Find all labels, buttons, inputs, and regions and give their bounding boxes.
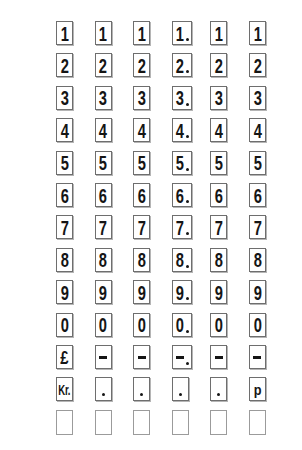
grid-cell: 4 <box>210 118 249 150</box>
tile-8-r8c1: 8 <box>56 248 73 272</box>
tile-6-r6c3: 6 <box>133 183 150 207</box>
tile-8-r8c2: 8 <box>95 248 112 272</box>
digit-glyph: 6 <box>60 185 68 206</box>
digit-glyph: 0 <box>99 314 107 335</box>
digit-glyph: 6 <box>176 185 184 206</box>
grid-cell: 1 <box>210 21 249 53</box>
grid-cell: 7 <box>249 215 288 247</box>
digit-glyph: 2 <box>60 55 68 76</box>
decimal-dot-glyph <box>186 362 189 365</box>
tile-7-r7c2: 7 <box>95 215 112 239</box>
tile-6.-r6c4: 6 <box>172 183 192 207</box>
blank-tile-r13c6 <box>249 410 266 435</box>
grid-cell: 6 <box>172 183 211 215</box>
grid-cell: 0 <box>172 313 211 345</box>
tile-4-r4c6: 4 <box>249 118 266 142</box>
tile-1-r1c1: 1 <box>56 21 73 45</box>
grid-cell: 1 <box>95 21 134 53</box>
grid-cell: Kr. <box>56 377 95 409</box>
digit-glyph: 5 <box>215 152 223 173</box>
tile-3-r3c5: 3 <box>210 86 227 110</box>
tile-0-r10c1: 0 <box>56 313 73 337</box>
grid-cell: 5 <box>56 151 95 183</box>
grid-cell: 6 <box>95 183 134 215</box>
tile-6-r6c2: 6 <box>95 183 112 207</box>
grid-cell: 2 <box>95 53 134 85</box>
digit-glyph: 4 <box>138 120 146 141</box>
digit-glyph: 4 <box>99 120 107 141</box>
tile-£-r11c1: £ <box>56 345 73 369</box>
grid-cell: 5 <box>133 151 172 183</box>
grid-cell: £ <box>56 345 95 377</box>
numeral-tile-sheet: 1111112222223333334444445555556666667777… <box>0 0 302 450</box>
tile-0-r10c2: 0 <box>95 313 112 337</box>
digit-glyph: 9 <box>215 282 223 303</box>
tile-4-r4c1: 4 <box>56 118 73 142</box>
tile-3-r3c3: 3 <box>133 86 150 110</box>
tile-1.-r1c4: 1 <box>172 21 192 45</box>
digit-glyph: 0 <box>138 314 146 335</box>
grid-cell: 4 <box>133 118 172 150</box>
grid-cell: 8 <box>133 248 172 280</box>
digit-glyph: 7 <box>60 217 68 238</box>
tile-2.-r2c4: 2 <box>172 53 192 77</box>
grid-cell <box>210 410 249 442</box>
digit-glyph: 2 <box>138 55 146 76</box>
decimal-dot-glyph <box>186 265 189 268</box>
grid-cell: 5 <box>210 151 249 183</box>
tile-0.-r10c4: 0 <box>172 313 192 337</box>
digit-glyph: 8 <box>253 249 261 270</box>
dash-glyph <box>99 356 107 359</box>
digit-glyph: 7 <box>253 217 261 238</box>
digit-glyph: 9 <box>253 282 261 303</box>
digit-glyph: 0 <box>176 314 184 335</box>
digit-glyph: 9 <box>99 282 107 303</box>
digit-glyph: 7 <box>215 217 223 238</box>
grid-cell <box>133 410 172 442</box>
grid-cell: 9 <box>95 280 134 312</box>
grid-cell: 3 <box>95 86 134 118</box>
decimal-dot-glyph <box>186 103 189 106</box>
digit-glyph: 5 <box>253 152 261 173</box>
grid-cell <box>172 410 211 442</box>
tile-0-r10c3: 0 <box>133 313 150 337</box>
grid-cell: 7 <box>95 215 134 247</box>
grid-cell: 2 <box>172 53 211 85</box>
blank-tile-r13c2 <box>95 410 112 435</box>
tile-8-r8c6: 8 <box>249 248 266 272</box>
tile-4-r4c5: 4 <box>210 118 227 142</box>
grid-cell: 9 <box>210 280 249 312</box>
digit-glyph: 9 <box>176 282 184 303</box>
blank-tile-r13c4 <box>172 410 189 435</box>
tile-1-r1c3: 1 <box>133 21 150 45</box>
tile-3.-r3c4: 3 <box>172 86 192 110</box>
digit-glyph: 8 <box>215 249 223 270</box>
grid-cell: 1 <box>172 21 211 53</box>
digit-glyph: 7 <box>99 217 107 238</box>
grid-cell <box>210 345 249 377</box>
pence-glyph: p <box>254 382 262 397</box>
grid-cell <box>172 377 211 409</box>
digit-glyph: 2 <box>99 55 107 76</box>
tile-.-r12c2 <box>95 377 112 401</box>
digit-glyph: 4 <box>176 120 184 141</box>
grid-cell: 8 <box>210 248 249 280</box>
tile-9-r9c2: 9 <box>95 280 112 304</box>
tile-.-r12c3 <box>133 377 150 401</box>
grid-cell: 1 <box>249 21 288 53</box>
tile-7.-r7c4: 7 <box>172 215 192 239</box>
digit-glyph: 1 <box>215 23 223 44</box>
tile-7-r7c1: 7 <box>56 215 73 239</box>
tile-9-r9c3: 9 <box>133 280 150 304</box>
grid-cell: 4 <box>249 118 288 150</box>
tile-7-r7c3: 7 <box>133 215 150 239</box>
grid-cell: 8 <box>56 248 95 280</box>
tile-0-r10c6: 0 <box>249 313 266 337</box>
blank-tile-r13c1 <box>56 410 73 435</box>
tile-9.-r9c4: 9 <box>172 280 192 304</box>
grid-cell: 8 <box>172 248 211 280</box>
digit-glyph: 8 <box>138 249 146 270</box>
grid-cell: 5 <box>172 151 211 183</box>
digit-glyph: 2 <box>176 55 184 76</box>
decimal-dot-glyph <box>186 38 189 41</box>
grid-cell: 3 <box>133 86 172 118</box>
tile-4-r4c3: 4 <box>133 118 150 142</box>
tile-8.-r8c4: 8 <box>172 248 192 272</box>
grid-cell: 0 <box>56 313 95 345</box>
digit-glyph: 4 <box>253 120 261 141</box>
digit-glyph: 2 <box>253 55 261 76</box>
decimal-dot-glyph <box>186 330 189 333</box>
grid-cell: 9 <box>172 280 211 312</box>
grid-cell <box>95 377 134 409</box>
tile-2-r2c3: 2 <box>133 53 150 77</box>
digit-glyph: 4 <box>215 120 223 141</box>
grid-cell: 7 <box>56 215 95 247</box>
grid-cell: 7 <box>172 215 211 247</box>
tile-5-r5c2: 5 <box>95 151 112 175</box>
grid-cell: 2 <box>56 53 95 85</box>
digit-glyph: 0 <box>253 314 261 335</box>
tile-–-r11c5 <box>210 345 227 369</box>
tile-8-r8c5: 8 <box>210 248 227 272</box>
digit-glyph: 3 <box>176 87 184 108</box>
grid-cell: 9 <box>249 280 288 312</box>
dash-glyph <box>253 356 261 359</box>
digit-glyph: 0 <box>215 314 223 335</box>
decimal-dot-glyph <box>186 135 189 138</box>
digit-glyph: 2 <box>215 55 223 76</box>
tile-5-r5c1: 5 <box>56 151 73 175</box>
digit-glyph: 5 <box>99 152 107 173</box>
decimal-dot-glyph <box>217 393 220 396</box>
grid-cell: 3 <box>172 86 211 118</box>
digit-glyph: 7 <box>138 217 146 238</box>
tile-5.-r5c4: 5 <box>172 151 192 175</box>
digit-glyph: 8 <box>60 249 68 270</box>
tile-5-r5c3: 5 <box>133 151 150 175</box>
grid-cell: p <box>249 377 288 409</box>
decimal-dot-glyph <box>186 168 189 171</box>
grid-cell: 3 <box>56 86 95 118</box>
blank-tile-r13c5 <box>210 410 227 435</box>
grid-cell <box>95 345 134 377</box>
tile-9-r9c6: 9 <box>249 280 266 304</box>
tile-.-r12c4 <box>172 377 189 401</box>
grid-cell: 9 <box>133 280 172 312</box>
kroner-glyph: Kr. <box>59 382 71 397</box>
tile-grid: 1111112222223333334444445555556666667777… <box>56 21 288 442</box>
digit-glyph: 8 <box>176 249 184 270</box>
digit-glyph: 0 <box>60 314 68 335</box>
grid-cell: 2 <box>249 53 288 85</box>
grid-cell: 4 <box>56 118 95 150</box>
digit-glyph: 8 <box>99 249 107 270</box>
tile-–-r11c6 <box>249 345 266 369</box>
grid-cell: 8 <box>95 248 134 280</box>
tile-5-r5c5: 5 <box>210 151 227 175</box>
digit-glyph: 6 <box>138 185 146 206</box>
tile-–-r11c3 <box>133 345 150 369</box>
grid-cell: 0 <box>133 313 172 345</box>
digit-glyph: 5 <box>60 152 68 173</box>
digit-glyph: 9 <box>60 282 68 303</box>
tile-2-r2c1: 2 <box>56 53 73 77</box>
grid-cell: 5 <box>95 151 134 183</box>
blank-tile-r13c3 <box>133 410 150 435</box>
tile-6-r6c6: 6 <box>249 183 266 207</box>
grid-cell: 3 <box>249 86 288 118</box>
pound-sign-glyph: £ <box>60 348 68 367</box>
grid-cell: 6 <box>56 183 95 215</box>
tile-5-r5c6: 5 <box>249 151 266 175</box>
tile-2-r2c6: 2 <box>249 53 266 77</box>
digit-glyph: 1 <box>253 23 261 44</box>
decimal-dot-glyph <box>186 297 189 300</box>
decimal-dot-glyph <box>140 393 143 396</box>
grid-cell: 6 <box>133 183 172 215</box>
grid-cell: 9 <box>56 280 95 312</box>
grid-cell: 0 <box>210 313 249 345</box>
grid-cell <box>249 410 288 442</box>
grid-cell: 3 <box>210 86 249 118</box>
tile-4.-r4c4: 4 <box>172 118 192 142</box>
grid-cell <box>249 345 288 377</box>
decimal-dot-glyph <box>102 393 105 396</box>
grid-cell: 7 <box>133 215 172 247</box>
dash-glyph <box>176 356 184 359</box>
tile-3-r3c6: 3 <box>249 86 266 110</box>
decimal-dot-glyph <box>186 200 189 203</box>
digit-glyph: 3 <box>99 87 107 108</box>
tile-0-r10c5: 0 <box>210 313 227 337</box>
grid-cell: 6 <box>210 183 249 215</box>
digit-glyph: 1 <box>99 23 107 44</box>
digit-glyph: 3 <box>60 87 68 108</box>
decimal-dot-glyph <box>179 393 182 396</box>
tile-8-r8c3: 8 <box>133 248 150 272</box>
tile-9-r9c5: 9 <box>210 280 227 304</box>
grid-cell: 8 <box>249 248 288 280</box>
grid-cell: 0 <box>249 313 288 345</box>
grid-cell: 1 <box>56 21 95 53</box>
digit-glyph: 9 <box>138 282 146 303</box>
grid-cell <box>95 410 134 442</box>
decimal-dot-glyph <box>186 232 189 235</box>
dash-glyph <box>215 356 223 359</box>
tile-Kr.-r12c1: Kr. <box>56 377 73 401</box>
digit-glyph: 5 <box>138 152 146 173</box>
grid-cell: 4 <box>95 118 134 150</box>
tile-4-r4c2: 4 <box>95 118 112 142</box>
digit-glyph: 6 <box>215 185 223 206</box>
tile-7-r7c5: 7 <box>210 215 227 239</box>
grid-cell <box>210 377 249 409</box>
grid-cell: 2 <box>210 53 249 85</box>
tile-2-r2c2: 2 <box>95 53 112 77</box>
tile-1-r1c2: 1 <box>95 21 112 45</box>
digit-glyph: 7 <box>176 217 184 238</box>
tile-1-r1c6: 1 <box>249 21 266 45</box>
digit-glyph: 4 <box>60 120 68 141</box>
grid-cell <box>133 377 172 409</box>
tile-7-r7c6: 7 <box>249 215 266 239</box>
tile-9-r9c1: 9 <box>56 280 73 304</box>
digit-glyph: 6 <box>99 185 107 206</box>
grid-cell: 7 <box>210 215 249 247</box>
digit-glyph: 1 <box>176 23 184 44</box>
digit-glyph: 1 <box>60 23 68 44</box>
grid-cell <box>172 345 211 377</box>
decimal-dot-glyph <box>186 70 189 73</box>
dash-glyph <box>138 356 146 359</box>
grid-cell <box>133 345 172 377</box>
digit-glyph: 3 <box>215 87 223 108</box>
tile-3-r3c1: 3 <box>56 86 73 110</box>
tile-–-r11c2 <box>95 345 112 369</box>
tile-–.-r11c4 <box>172 345 192 369</box>
grid-cell: 5 <box>249 151 288 183</box>
digit-glyph: 3 <box>138 87 146 108</box>
digit-glyph: 3 <box>253 87 261 108</box>
tile-6-r6c5: 6 <box>210 183 227 207</box>
tile-2-r2c5: 2 <box>210 53 227 77</box>
tile-p-r12c6: p <box>249 377 266 401</box>
tile-6-r6c1: 6 <box>56 183 73 207</box>
grid-cell: 2 <box>133 53 172 85</box>
digit-glyph: 6 <box>253 185 261 206</box>
digit-glyph: 5 <box>176 152 184 173</box>
digit-glyph: 1 <box>138 23 146 44</box>
grid-cell: 6 <box>249 183 288 215</box>
grid-cell: 4 <box>172 118 211 150</box>
grid-cell <box>56 410 95 442</box>
tile-1-r1c5: 1 <box>210 21 227 45</box>
tile-.-r12c5 <box>210 377 227 401</box>
grid-cell: 1 <box>133 21 172 53</box>
grid-cell: 0 <box>95 313 134 345</box>
tile-3-r3c2: 3 <box>95 86 112 110</box>
